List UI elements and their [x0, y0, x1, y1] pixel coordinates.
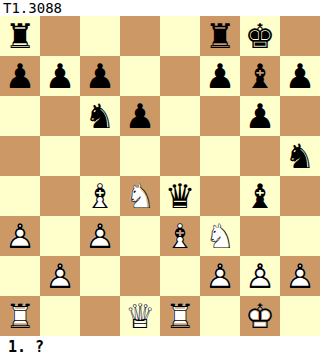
- white-bishop: ♝♗: [160, 216, 200, 256]
- white-king: ♚♔: [240, 296, 280, 336]
- square-a1[interactable]: ♜♖: [0, 296, 40, 336]
- square-h8[interactable]: [280, 16, 320, 56]
- square-h7[interactable]: ♟: [280, 56, 320, 96]
- square-b3[interactable]: [40, 216, 80, 256]
- square-h2[interactable]: ♟♙: [280, 256, 320, 296]
- piece-glyph-outline: ♙: [240, 256, 280, 296]
- piece-glyph-outline: ♙: [280, 256, 320, 296]
- black-king: ♚: [240, 16, 280, 56]
- square-b2[interactable]: ♟♙: [40, 256, 80, 296]
- white-pawn: ♟♙: [280, 256, 320, 296]
- square-c6[interactable]: ♞: [80, 96, 120, 136]
- square-d1[interactable]: ♛♕: [120, 296, 160, 336]
- square-b5[interactable]: [40, 136, 80, 176]
- square-a4[interactable]: [0, 176, 40, 216]
- square-g7[interactable]: ♝: [240, 56, 280, 96]
- square-h1[interactable]: [280, 296, 320, 336]
- square-b8[interactable]: [40, 16, 80, 56]
- piece-glyph: ♞: [80, 96, 120, 136]
- black-pawn: ♟: [280, 56, 320, 96]
- piece-glyph: ♜: [0, 16, 40, 56]
- black-pawn: ♟: [40, 56, 80, 96]
- square-d3[interactable]: [120, 216, 160, 256]
- black-knight: ♞: [80, 96, 120, 136]
- square-d6[interactable]: ♟: [120, 96, 160, 136]
- square-f8[interactable]: ♜: [200, 16, 240, 56]
- square-e6[interactable]: [160, 96, 200, 136]
- piece-glyph: ♟: [40, 56, 80, 96]
- square-d5[interactable]: [120, 136, 160, 176]
- square-d8[interactable]: [120, 16, 160, 56]
- square-d2[interactable]: [120, 256, 160, 296]
- piece-glyph: ♟: [280, 56, 320, 96]
- square-g6[interactable]: ♟: [240, 96, 280, 136]
- square-b6[interactable]: [40, 96, 80, 136]
- white-knight: ♞♘: [200, 216, 240, 256]
- piece-glyph: ♟: [120, 96, 160, 136]
- piece-glyph-outline: ♙: [80, 216, 120, 256]
- square-c2[interactable]: [80, 256, 120, 296]
- white-rook: ♜♖: [0, 296, 40, 336]
- piece-glyph: ♟: [200, 56, 240, 96]
- puzzle-title: T1.3088: [0, 0, 320, 16]
- square-f4[interactable]: [200, 176, 240, 216]
- piece-glyph-outline: ♘: [120, 176, 160, 216]
- square-e4[interactable]: ♛: [160, 176, 200, 216]
- square-b7[interactable]: ♟: [40, 56, 80, 96]
- black-pawn: ♟: [240, 96, 280, 136]
- piece-glyph: ♟: [0, 56, 40, 96]
- square-d7[interactable]: [120, 56, 160, 96]
- square-g5[interactable]: [240, 136, 280, 176]
- square-h4[interactable]: [280, 176, 320, 216]
- square-c5[interactable]: [80, 136, 120, 176]
- square-c8[interactable]: [80, 16, 120, 56]
- piece-glyph-outline: ♕: [120, 296, 160, 336]
- square-f2[interactable]: ♟♙: [200, 256, 240, 296]
- square-g8[interactable]: ♚: [240, 16, 280, 56]
- piece-glyph-outline: ♖: [0, 296, 40, 336]
- black-pawn: ♟: [80, 56, 120, 96]
- square-a5[interactable]: [0, 136, 40, 176]
- white-rook: ♜♖: [160, 296, 200, 336]
- square-c7[interactable]: ♟: [80, 56, 120, 96]
- square-d4[interactable]: ♞♘: [120, 176, 160, 216]
- square-g2[interactable]: ♟♙: [240, 256, 280, 296]
- square-g4[interactable]: ♝: [240, 176, 280, 216]
- black-pawn: ♟: [120, 96, 160, 136]
- piece-glyph-outline: ♙: [40, 256, 80, 296]
- piece-glyph: ♚: [240, 16, 280, 56]
- white-pawn: ♟♙: [40, 256, 80, 296]
- square-a6[interactable]: [0, 96, 40, 136]
- square-e8[interactable]: [160, 16, 200, 56]
- move-prompt: 1. ?: [0, 336, 320, 360]
- white-queen: ♛♕: [120, 296, 160, 336]
- white-knight: ♞♘: [120, 176, 160, 216]
- piece-glyph: ♛: [160, 176, 200, 216]
- black-bishop: ♝: [240, 56, 280, 96]
- square-e7[interactable]: [160, 56, 200, 96]
- black-rook: ♜: [0, 16, 40, 56]
- black-bishop: ♝: [240, 176, 280, 216]
- piece-glyph-outline: ♖: [160, 296, 200, 336]
- square-a2[interactable]: [0, 256, 40, 296]
- square-e2[interactable]: [160, 256, 200, 296]
- square-h5[interactable]: ♞: [280, 136, 320, 176]
- square-a7[interactable]: ♟: [0, 56, 40, 96]
- white-pawn: ♟♙: [200, 256, 240, 296]
- piece-glyph: ♟: [80, 56, 120, 96]
- chess-puzzle-app: T1.3088 ♜♜♚♟♟♟♟♝♟♞♟♟♞♝♗♞♘♛♝♟♙♟♙♝♗♞♘♟♙♟♙♟…: [0, 0, 320, 360]
- piece-glyph: ♝: [240, 56, 280, 96]
- square-c4[interactable]: ♝♗: [80, 176, 120, 216]
- square-c3[interactable]: ♟♙: [80, 216, 120, 256]
- square-e1[interactable]: ♜♖: [160, 296, 200, 336]
- square-g1[interactable]: ♚♔: [240, 296, 280, 336]
- square-f1[interactable]: [200, 296, 240, 336]
- square-a3[interactable]: ♟♙: [0, 216, 40, 256]
- white-bishop: ♝♗: [80, 176, 120, 216]
- black-knight: ♞: [280, 136, 320, 176]
- black-pawn: ♟: [200, 56, 240, 96]
- square-f3[interactable]: ♞♘: [200, 216, 240, 256]
- square-e3[interactable]: ♝♗: [160, 216, 200, 256]
- square-h3[interactable]: [280, 216, 320, 256]
- black-rook: ♜: [200, 16, 240, 56]
- piece-glyph: ♞: [280, 136, 320, 176]
- square-b4[interactable]: [40, 176, 80, 216]
- white-pawn: ♟♙: [240, 256, 280, 296]
- piece-glyph: ♟: [240, 96, 280, 136]
- white-pawn: ♟♙: [0, 216, 40, 256]
- square-f6[interactable]: [200, 96, 240, 136]
- square-c1[interactable]: [80, 296, 120, 336]
- square-g3[interactable]: [240, 216, 280, 256]
- white-pawn: ♟♙: [80, 216, 120, 256]
- black-queen: ♛: [160, 176, 200, 216]
- square-f5[interactable]: [200, 136, 240, 176]
- square-e5[interactable]: [160, 136, 200, 176]
- piece-glyph: ♝: [240, 176, 280, 216]
- chess-board: ♜♜♚♟♟♟♟♝♟♞♟♟♞♝♗♞♘♛♝♟♙♟♙♝♗♞♘♟♙♟♙♟♙♟♙♜♖♛♕♜…: [0, 16, 320, 336]
- piece-glyph-outline: ♗: [80, 176, 120, 216]
- piece-glyph-outline: ♘: [200, 216, 240, 256]
- square-a8[interactable]: ♜: [0, 16, 40, 56]
- square-h6[interactable]: [280, 96, 320, 136]
- square-b1[interactable]: [40, 296, 80, 336]
- piece-glyph: ♜: [200, 16, 240, 56]
- piece-glyph-outline: ♔: [240, 296, 280, 336]
- piece-glyph-outline: ♗: [160, 216, 200, 256]
- piece-glyph-outline: ♙: [200, 256, 240, 296]
- black-pawn: ♟: [0, 56, 40, 96]
- square-f7[interactable]: ♟: [200, 56, 240, 96]
- piece-glyph-outline: ♙: [0, 216, 40, 256]
